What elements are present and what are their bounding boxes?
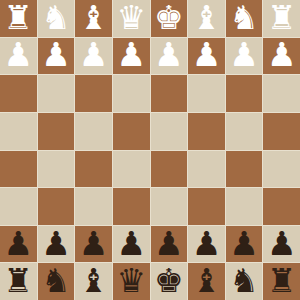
piece-bP: ♟	[116, 227, 146, 260]
square-f2[interactable]: ♟	[188, 226, 225, 263]
square-g5[interactable]	[226, 113, 263, 150]
square-a3[interactable]	[0, 188, 37, 225]
square-d1[interactable]: ♛	[113, 263, 150, 300]
piece-bQ: ♛	[116, 264, 146, 297]
piece-bP: ♟	[41, 227, 71, 260]
square-e3[interactable]	[151, 188, 188, 225]
piece-wR: ♜	[267, 1, 297, 34]
piece-bP: ♟	[267, 227, 297, 260]
square-a6[interactable]	[0, 75, 37, 112]
piece-wP: ♟	[267, 38, 297, 71]
square-c3[interactable]	[75, 188, 112, 225]
piece-wP: ♟	[41, 38, 71, 71]
square-f5[interactable]	[188, 113, 225, 150]
piece-wN: ♞	[229, 1, 259, 34]
square-h8[interactable]: ♜	[263, 0, 300, 37]
square-g1[interactable]: ♞	[226, 263, 263, 300]
square-c1[interactable]: ♝	[75, 263, 112, 300]
piece-wK: ♚	[154, 1, 184, 34]
square-e8[interactable]: ♚	[151, 0, 188, 37]
piece-bN: ♞	[229, 264, 259, 297]
piece-wP: ♟	[79, 38, 109, 71]
square-b3[interactable]	[38, 188, 75, 225]
piece-wP: ♟	[154, 38, 184, 71]
square-b6[interactable]	[38, 75, 75, 112]
piece-bP: ♟	[229, 227, 259, 260]
square-f6[interactable]	[188, 75, 225, 112]
square-c4[interactable]	[75, 151, 112, 188]
square-f7[interactable]: ♟	[188, 38, 225, 75]
square-h5[interactable]	[263, 113, 300, 150]
square-c2[interactable]: ♟	[75, 226, 112, 263]
square-g3[interactable]	[226, 188, 263, 225]
square-h7[interactable]: ♟	[263, 38, 300, 75]
square-g4[interactable]	[226, 151, 263, 188]
piece-bB: ♝	[192, 264, 222, 297]
piece-bP: ♟	[154, 227, 184, 260]
square-g8[interactable]: ♞	[226, 0, 263, 37]
square-d6[interactable]	[113, 75, 150, 112]
square-g6[interactable]	[226, 75, 263, 112]
square-c5[interactable]	[75, 113, 112, 150]
square-b4[interactable]	[38, 151, 75, 188]
square-e5[interactable]	[151, 113, 188, 150]
piece-wN: ♞	[41, 1, 71, 34]
piece-wP: ♟	[229, 38, 259, 71]
square-c7[interactable]: ♟	[75, 38, 112, 75]
square-h1[interactable]: ♜	[263, 263, 300, 300]
square-c8[interactable]: ♝	[75, 0, 112, 37]
square-h2[interactable]: ♟	[263, 226, 300, 263]
square-d4[interactable]	[113, 151, 150, 188]
piece-wR: ♜	[4, 1, 34, 34]
square-h6[interactable]	[263, 75, 300, 112]
square-c6[interactable]	[75, 75, 112, 112]
square-a4[interactable]	[0, 151, 37, 188]
piece-bR: ♜	[4, 264, 34, 297]
square-b5[interactable]	[38, 113, 75, 150]
square-h3[interactable]	[263, 188, 300, 225]
square-e2[interactable]: ♟	[151, 226, 188, 263]
square-f1[interactable]: ♝	[188, 263, 225, 300]
square-d3[interactable]	[113, 188, 150, 225]
piece-wB: ♝	[79, 1, 109, 34]
piece-wP: ♟	[4, 38, 34, 71]
square-b1[interactable]: ♞	[38, 263, 75, 300]
square-f8[interactable]: ♝	[188, 0, 225, 37]
square-e7[interactable]: ♟	[151, 38, 188, 75]
square-a5[interactable]	[0, 113, 37, 150]
piece-bB: ♝	[79, 264, 109, 297]
square-h4[interactable]	[263, 151, 300, 188]
square-d2[interactable]: ♟	[113, 226, 150, 263]
square-d7[interactable]: ♟	[113, 38, 150, 75]
piece-wP: ♟	[192, 38, 222, 71]
square-a2[interactable]: ♟	[0, 226, 37, 263]
square-f4[interactable]	[188, 151, 225, 188]
square-g2[interactable]: ♟	[226, 226, 263, 263]
square-b2[interactable]: ♟	[38, 226, 75, 263]
square-a8[interactable]: ♜	[0, 0, 37, 37]
square-e4[interactable]	[151, 151, 188, 188]
square-e1[interactable]: ♚	[151, 263, 188, 300]
piece-bK: ♚	[154, 264, 184, 297]
square-b7[interactable]: ♟	[38, 38, 75, 75]
piece-bP: ♟	[4, 227, 34, 260]
piece-wQ: ♛	[116, 1, 146, 34]
piece-bR: ♜	[267, 264, 297, 297]
square-g7[interactable]: ♟	[226, 38, 263, 75]
piece-wP: ♟	[116, 38, 146, 71]
piece-bP: ♟	[79, 227, 109, 260]
square-b8[interactable]: ♞	[38, 0, 75, 37]
chess-board: ♜♞♝♛♚♝♞♜♟♟♟♟♟♟♟♟♟♟♟♟♟♟♟♟♜♞♝♛♚♝♞♜	[0, 0, 300, 300]
square-d8[interactable]: ♛	[113, 0, 150, 37]
square-f3[interactable]	[188, 188, 225, 225]
piece-bN: ♞	[41, 264, 71, 297]
square-a7[interactable]: ♟	[0, 38, 37, 75]
square-e6[interactable]	[151, 75, 188, 112]
square-a1[interactable]: ♜	[0, 263, 37, 300]
piece-wB: ♝	[192, 1, 222, 34]
piece-bP: ♟	[192, 227, 222, 260]
square-d5[interactable]	[113, 113, 150, 150]
